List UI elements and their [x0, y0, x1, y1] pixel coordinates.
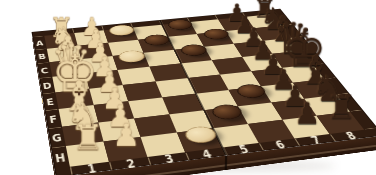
file-label-text: A: [35, 39, 44, 48]
square-h4: [177, 128, 222, 152]
front-edge-seam: [225, 155, 228, 170]
black-pawn-glyph: ♟: [280, 98, 333, 128]
chess-board: ♜♟♟♜♞♟♟♞♝♟♟♝♛♟♟♛♚♟♟♚♝♟♟♝♞♟♟♞♜♟♟♜ABCDEFGH…: [32, 9, 376, 175]
white-rook-glyph: ♜: [59, 120, 115, 155]
file-label-text: B: [38, 52, 47, 61]
chess-set-photo: ♜♟♟♜♞♟♟♞♝♟♟♝♛♟♟♛♚♟♟♚♝♟♟♝♞♟♟♞♜♟♟♜ABCDEFGH…: [0, 0, 376, 175]
